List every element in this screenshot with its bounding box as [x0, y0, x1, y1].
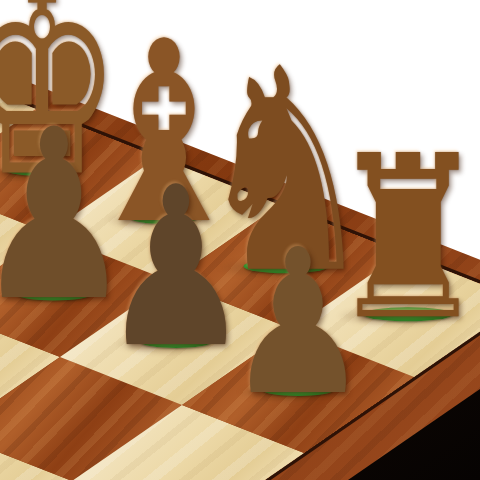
photo-scene: ♚♝♞♜♟♟♟: [0, 0, 480, 480]
pieces-layer: ♚♝♞♜♟♟♟: [0, 0, 480, 480]
chess-piece-pawn-h2: ♟: [226, 223, 369, 423]
